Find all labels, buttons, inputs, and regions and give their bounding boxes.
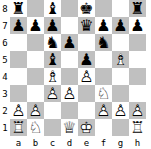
square-a1[interactable]: ♜♖: [10, 119, 27, 136]
square-c1[interactable]: [44, 119, 61, 136]
square-b8[interactable]: [27, 0, 44, 17]
square-h6[interactable]: [129, 34, 146, 51]
white-queen-d1[interactable]: ♛♕: [61, 119, 78, 136]
square-h7[interactable]: ♟: [129, 17, 146, 34]
white-bishop-g5[interactable]: ♝♗: [112, 51, 129, 68]
white-rook-icon: ♖: [10, 119, 27, 136]
white-queen-icon: ♕: [61, 119, 78, 136]
chess-diagram: 87654321 ♜♝♚♜♟♟♟♛♟♟♟♞♟♞♝♟♝♗♝♗♟♙♟♙♟♙♞♘♟♙♟…: [0, 0, 151, 149]
white-pawn-icon: ♙: [61, 85, 78, 102]
black-queen-e7[interactable]: ♛: [78, 17, 95, 34]
black-pawn-icon: ♟: [112, 17, 129, 34]
white-pawn-icon: ♙: [95, 102, 112, 119]
square-f7[interactable]: ♟: [95, 17, 112, 34]
rank-label-6: 6: [0, 34, 10, 51]
white-king-e1[interactable]: ♚♔: [78, 119, 95, 136]
square-a5[interactable]: [10, 51, 27, 68]
square-b3[interactable]: [27, 85, 44, 102]
white-pawn-icon: ♙: [27, 102, 44, 119]
black-bishop-c8[interactable]: ♝: [44, 0, 61, 17]
square-g4[interactable]: [112, 68, 129, 85]
black-pawn-icon: ♟: [78, 51, 95, 68]
black-pawn-d6[interactable]: ♟: [61, 34, 78, 51]
square-g5[interactable]: ♝♗: [112, 51, 129, 68]
white-knight-icon: ♘: [95, 85, 112, 102]
black-pawn-g7[interactable]: ♟: [112, 17, 129, 34]
white-pawn-e4[interactable]: ♟♙: [78, 68, 95, 85]
square-f5[interactable]: [95, 51, 112, 68]
rank-label-2: 2: [0, 102, 10, 119]
square-d8[interactable]: [61, 0, 78, 17]
black-pawn-f7[interactable]: ♟: [95, 17, 112, 34]
black-pawn-e5[interactable]: ♟: [78, 51, 95, 68]
rank-label-3: 3: [0, 85, 10, 102]
white-king-icon: ♔: [78, 119, 95, 136]
black-knight-icon: ♞: [44, 34, 61, 51]
square-c7[interactable]: ♟: [44, 17, 61, 34]
white-rook-h1[interactable]: ♜♖: [129, 119, 146, 136]
square-c5[interactable]: ♝: [44, 51, 61, 68]
rank-labels: 87654321: [0, 0, 10, 136]
square-d3[interactable]: ♟♙: [61, 85, 78, 102]
square-c8[interactable]: ♝: [44, 0, 61, 17]
black-knight-icon: ♞: [95, 34, 112, 51]
black-bishop-icon: ♝: [44, 51, 61, 68]
square-e6[interactable]: [78, 34, 95, 51]
white-pawn-icon: ♙: [44, 85, 61, 102]
square-e4[interactable]: ♟♙: [78, 68, 95, 85]
square-h3[interactable]: [129, 85, 146, 102]
square-h2[interactable]: ♟♙: [129, 102, 146, 119]
black-pawn-icon: ♟: [61, 34, 78, 51]
square-b7[interactable]: ♟: [27, 17, 44, 34]
black-king-e8[interactable]: ♚: [78, 0, 95, 17]
square-f3[interactable]: ♞♘: [95, 85, 112, 102]
square-f6[interactable]: ♞: [95, 34, 112, 51]
square-a3[interactable]: [10, 85, 27, 102]
square-f1[interactable]: [95, 119, 112, 136]
file-label-c: c: [44, 136, 61, 149]
white-pawn-icon: ♙: [78, 68, 95, 85]
square-d2[interactable]: [61, 102, 78, 119]
square-g1[interactable]: [112, 119, 129, 136]
black-rook-h8[interactable]: ♜: [129, 0, 146, 17]
square-a4[interactable]: [10, 68, 27, 85]
black-pawn-h7[interactable]: ♟: [129, 17, 146, 34]
square-c4[interactable]: ♝♗: [44, 68, 61, 85]
square-c6[interactable]: ♞: [44, 34, 61, 51]
white-pawn-b2[interactable]: ♟♙: [27, 102, 44, 119]
square-f8[interactable]: [95, 0, 112, 17]
square-h8[interactable]: ♜: [129, 0, 146, 17]
white-pawn-icon: ♙: [129, 102, 146, 119]
square-f4[interactable]: [95, 68, 112, 85]
square-e7[interactable]: ♛: [78, 17, 95, 34]
square-e5[interactable]: ♟: [78, 51, 95, 68]
square-g3[interactable]: [112, 85, 129, 102]
square-a8[interactable]: ♜: [10, 0, 27, 17]
black-pawn-icon: ♟: [10, 17, 27, 34]
black-bishop-icon: ♝: [44, 0, 61, 17]
black-king-icon: ♚: [78, 0, 95, 17]
square-d1[interactable]: ♛♕: [61, 119, 78, 136]
file-label-f: f: [95, 136, 112, 149]
file-label-d: d: [61, 136, 78, 149]
white-bishop-c4[interactable]: ♝♗: [44, 68, 61, 85]
white-knight-f3[interactable]: ♞♘: [95, 85, 112, 102]
square-d4[interactable]: [61, 68, 78, 85]
white-pawn-icon: ♙: [112, 102, 129, 119]
square-b5[interactable]: [27, 51, 44, 68]
black-pawn-icon: ♟: [129, 17, 146, 34]
white-rook-icon: ♖: [129, 119, 146, 136]
black-pawn-a7[interactable]: ♟: [10, 17, 27, 34]
square-b1[interactable]: ♞♘: [27, 119, 44, 136]
black-pawn-icon: ♟: [44, 17, 61, 34]
black-queen-icon: ♛: [78, 17, 95, 34]
black-rook-icon: ♜: [10, 0, 27, 17]
file-label-h: h: [129, 136, 146, 149]
rank-label-1: 1: [0, 119, 10, 136]
square-h5[interactable]: [129, 51, 146, 68]
square-a6[interactable]: [10, 34, 27, 51]
square-h4[interactable]: [129, 68, 146, 85]
square-e3[interactable]: [78, 85, 95, 102]
rank-label-7: 7: [0, 17, 10, 34]
square-g7[interactable]: ♟: [112, 17, 129, 34]
file-label-a: a: [10, 136, 27, 149]
square-e1[interactable]: ♚♔: [78, 119, 95, 136]
file-label-e: e: [78, 136, 95, 149]
white-pawn-g2[interactable]: ♟♙: [112, 102, 129, 119]
square-h1[interactable]: ♜♖: [129, 119, 146, 136]
white-rook-a1[interactable]: ♜♖: [10, 119, 27, 136]
white-pawn-a2[interactable]: ♟♙: [10, 102, 27, 119]
square-b4[interactable]: [27, 68, 44, 85]
black-pawn-c7[interactable]: ♟: [44, 17, 61, 34]
white-pawn-icon: ♙: [10, 102, 27, 119]
black-knight-c6[interactable]: ♞: [44, 34, 61, 51]
white-pawn-d3[interactable]: ♟♙: [61, 85, 78, 102]
square-a2[interactable]: ♟♙: [10, 102, 27, 119]
white-pawn-h2[interactable]: ♟♙: [129, 102, 146, 119]
square-e2[interactable]: [78, 102, 95, 119]
black-rook-a8[interactable]: ♜: [10, 0, 27, 17]
square-d5[interactable]: [61, 51, 78, 68]
white-bishop-icon: ♗: [44, 68, 61, 85]
square-f2[interactable]: ♟♙: [95, 102, 112, 119]
file-labels: abcdefgh: [10, 136, 146, 149]
rank-label-4: 4: [0, 68, 10, 85]
black-rook-icon: ♜: [129, 0, 146, 17]
white-knight-icon: ♘: [27, 119, 44, 136]
rank-label-8: 8: [0, 0, 10, 17]
square-e8[interactable]: ♚: [78, 0, 95, 17]
square-c2[interactable]: [44, 102, 61, 119]
square-d7[interactable]: [61, 17, 78, 34]
file-label-b: b: [27, 136, 44, 149]
square-c3[interactable]: ♟♙: [44, 85, 61, 102]
file-label-g: g: [112, 136, 129, 149]
white-knight-b1[interactable]: ♞♘: [27, 119, 44, 136]
black-bishop-c5[interactable]: ♝: [44, 51, 61, 68]
rank-label-5: 5: [0, 51, 10, 68]
square-g8[interactable]: [112, 0, 129, 17]
square-g2[interactable]: ♟♙: [112, 102, 129, 119]
white-bishop-icon: ♗: [112, 51, 129, 68]
square-g6[interactable]: [112, 34, 129, 51]
white-pawn-c3[interactable]: ♟♙: [44, 85, 61, 102]
black-pawn-icon: ♟: [27, 17, 44, 34]
chess-board: ♜♝♚♜♟♟♟♛♟♟♟♞♟♞♝♟♝♗♝♗♟♙♟♙♟♙♞♘♟♙♟♙♟♙♟♙♟♙♜♖…: [10, 0, 146, 136]
square-a7[interactable]: ♟: [10, 17, 27, 34]
square-b6[interactable]: [27, 34, 44, 51]
black-knight-f6[interactable]: ♞: [95, 34, 112, 51]
black-pawn-icon: ♟: [95, 17, 112, 34]
square-b2[interactable]: ♟♙: [27, 102, 44, 119]
black-pawn-b7[interactable]: ♟: [27, 17, 44, 34]
white-pawn-f2[interactable]: ♟♙: [95, 102, 112, 119]
square-d6[interactable]: ♟: [61, 34, 78, 51]
